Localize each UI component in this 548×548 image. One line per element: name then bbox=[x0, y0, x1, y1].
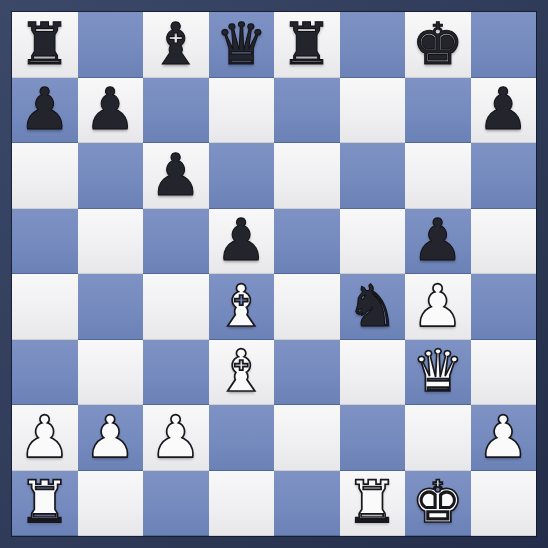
square-c5[interactable] bbox=[143, 209, 209, 275]
square-c4[interactable] bbox=[143, 274, 209, 340]
square-e7[interactable] bbox=[274, 78, 340, 144]
square-h8[interactable] bbox=[471, 12, 537, 78]
square-h4[interactable] bbox=[471, 274, 537, 340]
square-b6[interactable] bbox=[78, 143, 144, 209]
piece-black-pawn[interactable]: ♟ bbox=[19, 80, 71, 138]
piece-white-pawn[interactable]: ♟ bbox=[19, 408, 71, 466]
board-frame: ♜♝♛♜♚♟♟♟♟♟♟♝♞♟♝♛♟♟♟♟♜♜♚ bbox=[0, 0, 548, 548]
square-f5[interactable] bbox=[340, 209, 406, 275]
square-g6[interactable] bbox=[405, 143, 471, 209]
piece-white-bishop[interactable]: ♝ bbox=[215, 277, 267, 335]
square-c2[interactable]: ♟ bbox=[143, 405, 209, 471]
piece-white-queen[interactable]: ♛ bbox=[412, 342, 464, 400]
square-a5[interactable] bbox=[12, 209, 78, 275]
square-f6[interactable] bbox=[340, 143, 406, 209]
square-h1[interactable] bbox=[471, 471, 537, 537]
square-a3[interactable] bbox=[12, 340, 78, 406]
piece-black-queen[interactable]: ♛ bbox=[215, 15, 267, 73]
square-c6[interactable]: ♟ bbox=[143, 143, 209, 209]
square-h3[interactable] bbox=[471, 340, 537, 406]
square-g1[interactable]: ♚ bbox=[405, 471, 471, 537]
square-a1[interactable]: ♜ bbox=[12, 471, 78, 537]
square-e6[interactable] bbox=[274, 143, 340, 209]
piece-black-bishop[interactable]: ♝ bbox=[150, 15, 202, 73]
square-d7[interactable] bbox=[209, 78, 275, 144]
square-c7[interactable] bbox=[143, 78, 209, 144]
square-f1[interactable]: ♜ bbox=[340, 471, 406, 537]
square-e8[interactable]: ♜ bbox=[274, 12, 340, 78]
square-d4[interactable]: ♝ bbox=[209, 274, 275, 340]
square-c8[interactable]: ♝ bbox=[143, 12, 209, 78]
square-e2[interactable] bbox=[274, 405, 340, 471]
piece-white-pawn[interactable]: ♟ bbox=[477, 408, 529, 466]
square-b7[interactable]: ♟ bbox=[78, 78, 144, 144]
square-a8[interactable]: ♜ bbox=[12, 12, 78, 78]
piece-white-bishop[interactable]: ♝ bbox=[215, 342, 267, 400]
square-f7[interactable] bbox=[340, 78, 406, 144]
square-a4[interactable] bbox=[12, 274, 78, 340]
square-f4[interactable]: ♞ bbox=[340, 274, 406, 340]
square-e5[interactable] bbox=[274, 209, 340, 275]
square-h5[interactable] bbox=[471, 209, 537, 275]
square-b2[interactable]: ♟ bbox=[78, 405, 144, 471]
square-g7[interactable] bbox=[405, 78, 471, 144]
square-g2[interactable] bbox=[405, 405, 471, 471]
piece-black-pawn[interactable]: ♟ bbox=[477, 80, 529, 138]
square-h7[interactable]: ♟ bbox=[471, 78, 537, 144]
piece-black-pawn[interactable]: ♟ bbox=[215, 211, 267, 269]
piece-white-pawn[interactable]: ♟ bbox=[84, 408, 136, 466]
square-g5[interactable]: ♟ bbox=[405, 209, 471, 275]
square-e4[interactable] bbox=[274, 274, 340, 340]
square-f8[interactable] bbox=[340, 12, 406, 78]
square-d6[interactable] bbox=[209, 143, 275, 209]
square-h2[interactable]: ♟ bbox=[471, 405, 537, 471]
piece-white-rook[interactable]: ♜ bbox=[19, 473, 71, 531]
square-e1[interactable] bbox=[274, 471, 340, 537]
piece-black-rook[interactable]: ♜ bbox=[281, 15, 333, 73]
square-b5[interactable] bbox=[78, 209, 144, 275]
piece-black-knight[interactable]: ♞ bbox=[346, 277, 398, 335]
piece-white-pawn[interactable]: ♟ bbox=[412, 277, 464, 335]
piece-white-rook[interactable]: ♜ bbox=[346, 473, 398, 531]
square-g4[interactable]: ♟ bbox=[405, 274, 471, 340]
piece-black-rook[interactable]: ♜ bbox=[19, 15, 71, 73]
square-d3[interactable]: ♝ bbox=[209, 340, 275, 406]
square-b8[interactable] bbox=[78, 12, 144, 78]
piece-black-king[interactable]: ♚ bbox=[412, 15, 464, 73]
piece-white-king[interactable]: ♚ bbox=[412, 473, 464, 531]
square-g3[interactable]: ♛ bbox=[405, 340, 471, 406]
square-f2[interactable] bbox=[340, 405, 406, 471]
square-a7[interactable]: ♟ bbox=[12, 78, 78, 144]
square-g8[interactable]: ♚ bbox=[405, 12, 471, 78]
chess-board: ♜♝♛♜♚♟♟♟♟♟♟♝♞♟♝♛♟♟♟♟♜♜♚ bbox=[12, 12, 536, 536]
square-b4[interactable] bbox=[78, 274, 144, 340]
piece-black-pawn[interactable]: ♟ bbox=[84, 80, 136, 138]
square-h6[interactable] bbox=[471, 143, 537, 209]
square-e3[interactable] bbox=[274, 340, 340, 406]
square-b3[interactable] bbox=[78, 340, 144, 406]
square-d1[interactable] bbox=[209, 471, 275, 537]
square-d2[interactable] bbox=[209, 405, 275, 471]
square-f3[interactable] bbox=[340, 340, 406, 406]
square-a6[interactable] bbox=[12, 143, 78, 209]
square-d8[interactable]: ♛ bbox=[209, 12, 275, 78]
piece-white-pawn[interactable]: ♟ bbox=[150, 408, 202, 466]
square-c3[interactable] bbox=[143, 340, 209, 406]
square-c1[interactable] bbox=[143, 471, 209, 537]
piece-black-pawn[interactable]: ♟ bbox=[412, 211, 464, 269]
square-d5[interactable]: ♟ bbox=[209, 209, 275, 275]
square-a2[interactable]: ♟ bbox=[12, 405, 78, 471]
piece-black-pawn[interactable]: ♟ bbox=[150, 146, 202, 204]
square-b1[interactable] bbox=[78, 471, 144, 537]
